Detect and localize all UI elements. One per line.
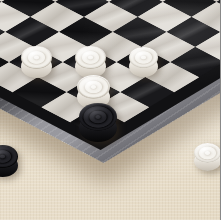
photo-scene [0, 0, 220, 220]
checker-black[interactable] [79, 103, 117, 142]
checker-top [79, 103, 117, 131]
checker-white[interactable] [129, 47, 158, 77]
checker-top [194, 143, 221, 163]
checker-top [75, 46, 106, 69]
checker-white[interactable] [194, 143, 221, 171]
checker-black[interactable] [0, 145, 18, 177]
checker-white[interactable] [75, 46, 106, 78]
pieces-layer [0, 0, 220, 220]
checker-top [21, 46, 52, 69]
checker-white[interactable] [21, 46, 52, 78]
